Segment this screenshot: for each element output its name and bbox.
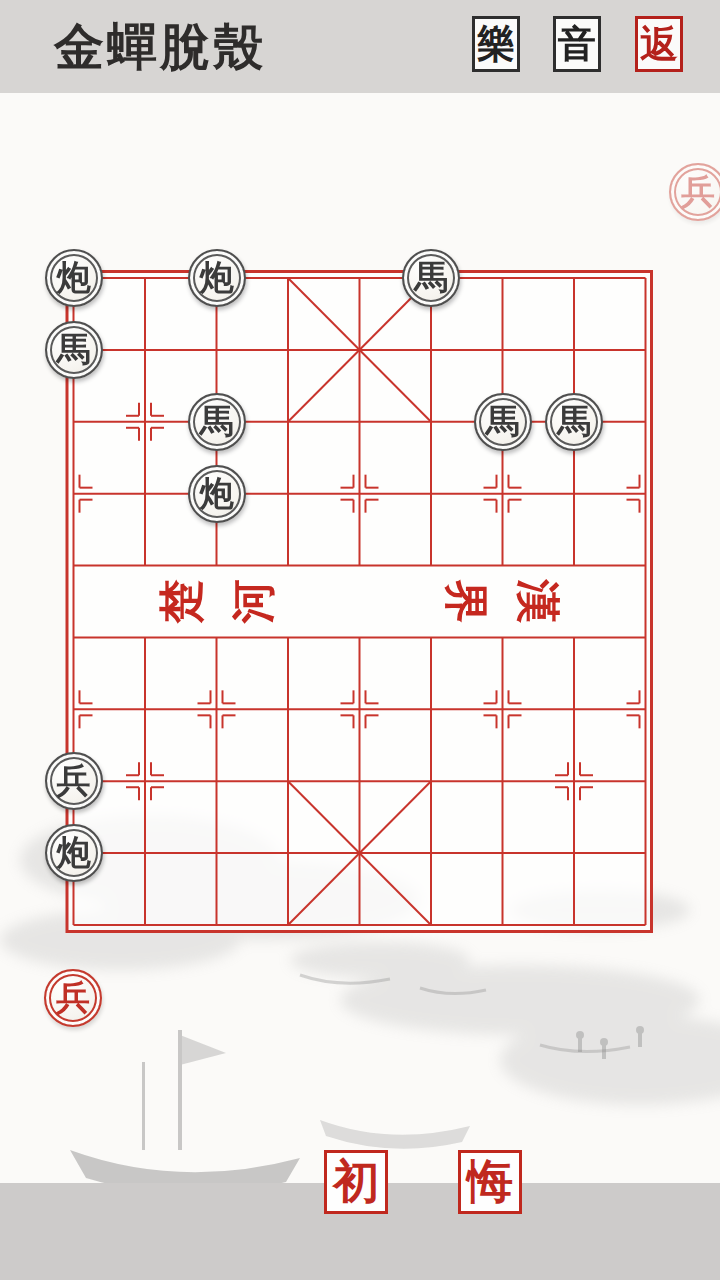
river-label-han: 漢 (513, 579, 564, 624)
piece-black[interactable]: 馬 (474, 393, 532, 451)
undo-button[interactable]: 悔 (458, 1150, 522, 1214)
back-button[interactable]: 返 (635, 16, 683, 72)
piece-black[interactable]: 炮 (45, 824, 103, 882)
river-label-he: 河 (227, 580, 278, 625)
title-bar: 金蟬脫殼 樂 音 返 (0, 0, 720, 93)
piece-black[interactable]: 炮 (188, 465, 246, 523)
piece-black[interactable]: 炮 (45, 249, 103, 307)
piece-black[interactable]: 兵 (45, 752, 103, 810)
piece-black[interactable]: 馬 (545, 393, 603, 451)
app-screen: 楚河界漢 炮炮馬馬馬馬馬炮兵炮兵兵 金蟬脫殼 樂 音 返 初 悔 (0, 0, 720, 1280)
river-label-chu: 楚 (155, 579, 206, 625)
piece-black[interactable]: 炮 (188, 249, 246, 307)
red-pawn-offboard[interactable]: 兵 (44, 969, 102, 1027)
piece-black[interactable]: 馬 (402, 249, 460, 307)
music-button[interactable]: 樂 (472, 16, 520, 72)
piece-black[interactable]: 馬 (188, 393, 246, 451)
piece-black[interactable]: 馬 (45, 321, 103, 379)
reset-button[interactable]: 初 (324, 1150, 388, 1214)
sound-button[interactable]: 音 (553, 16, 601, 72)
xiangqi-board[interactable]: 楚河界漢 (0, 0, 720, 1280)
page-title: 金蟬脫殼 (54, 14, 266, 81)
fading-red-pawn[interactable]: 兵 (669, 163, 720, 221)
river-label-jie: 界 (441, 579, 492, 624)
